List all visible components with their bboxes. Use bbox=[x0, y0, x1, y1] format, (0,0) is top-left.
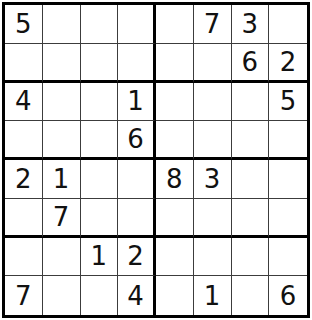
cell-r8c4: 4 bbox=[118, 276, 156, 315]
cell-r7c5[interactable] bbox=[156, 238, 194, 277]
cell-r3c2[interactable] bbox=[43, 83, 81, 122]
cell-r2c3[interactable] bbox=[81, 44, 119, 83]
cell-r6c3[interactable] bbox=[81, 199, 119, 238]
cell-r2c7: 6 bbox=[232, 44, 270, 83]
cell-r7c3: 1 bbox=[81, 238, 119, 277]
cell-r5c8[interactable] bbox=[269, 160, 307, 199]
cell-r8c6: 1 bbox=[194, 276, 232, 315]
cell-r5c2: 1 bbox=[43, 160, 81, 199]
cell-r1c6: 7 bbox=[194, 5, 232, 44]
cell-r8c3[interactable] bbox=[81, 276, 119, 315]
cell-r6c1[interactable] bbox=[5, 199, 43, 238]
cell-r8c8: 6 bbox=[269, 276, 307, 315]
cell-r6c8[interactable] bbox=[269, 199, 307, 238]
cell-r4c2[interactable] bbox=[43, 121, 81, 160]
cell-r3c8: 5 bbox=[269, 83, 307, 122]
cell-r3c7[interactable] bbox=[232, 83, 270, 122]
cell-r2c8: 2 bbox=[269, 44, 307, 83]
cell-r4c1[interactable] bbox=[5, 121, 43, 160]
cell-r4c6[interactable] bbox=[194, 121, 232, 160]
cell-r2c4[interactable] bbox=[118, 44, 156, 83]
cell-r2c6[interactable] bbox=[194, 44, 232, 83]
cell-r6c4[interactable] bbox=[118, 199, 156, 238]
cell-r1c7: 3 bbox=[232, 5, 270, 44]
cell-r1c3[interactable] bbox=[81, 5, 119, 44]
cell-r1c4[interactable] bbox=[118, 5, 156, 44]
cell-r3c4: 1 bbox=[118, 83, 156, 122]
cell-r7c8[interactable] bbox=[269, 238, 307, 277]
cell-r5c6: 3 bbox=[194, 160, 232, 199]
cell-r8c5[interactable] bbox=[156, 276, 194, 315]
cell-r4c5[interactable] bbox=[156, 121, 194, 160]
cell-r5c1: 2 bbox=[5, 160, 43, 199]
cell-r4c3[interactable] bbox=[81, 121, 119, 160]
cell-r8c1: 7 bbox=[5, 276, 43, 315]
cell-r6c7[interactable] bbox=[232, 199, 270, 238]
cell-r5c7[interactable] bbox=[232, 160, 270, 199]
sudoku-grid: 57362415621837127416 bbox=[2, 2, 310, 318]
cell-r1c8[interactable] bbox=[269, 5, 307, 44]
cell-r5c4[interactable] bbox=[118, 160, 156, 199]
cell-r7c6[interactable] bbox=[194, 238, 232, 277]
cell-r4c4: 6 bbox=[118, 121, 156, 160]
cell-r5c5: 8 bbox=[156, 160, 194, 199]
cell-r5c3[interactable] bbox=[81, 160, 119, 199]
cell-r1c5[interactable] bbox=[156, 5, 194, 44]
cell-r2c2[interactable] bbox=[43, 44, 81, 83]
cell-r6c6[interactable] bbox=[194, 199, 232, 238]
sudoku-board: 57362415621837127416 bbox=[0, 0, 312, 320]
cell-r1c2[interactable] bbox=[43, 5, 81, 44]
cell-r8c2[interactable] bbox=[43, 276, 81, 315]
cell-r2c1[interactable] bbox=[5, 44, 43, 83]
cell-r3c6[interactable] bbox=[194, 83, 232, 122]
cell-r7c1[interactable] bbox=[5, 238, 43, 277]
cell-r4c8[interactable] bbox=[269, 121, 307, 160]
cell-r1c1: 5 bbox=[5, 5, 43, 44]
cell-r7c7[interactable] bbox=[232, 238, 270, 277]
cell-r3c1: 4 bbox=[5, 83, 43, 122]
cell-r3c5[interactable] bbox=[156, 83, 194, 122]
cell-r8c7[interactable] bbox=[232, 276, 270, 315]
cell-r6c5[interactable] bbox=[156, 199, 194, 238]
cell-r7c2[interactable] bbox=[43, 238, 81, 277]
cell-r6c2: 7 bbox=[43, 199, 81, 238]
cell-r7c4: 2 bbox=[118, 238, 156, 277]
cell-r4c7[interactable] bbox=[232, 121, 270, 160]
cell-r3c3[interactable] bbox=[81, 83, 119, 122]
cell-r2c5[interactable] bbox=[156, 44, 194, 83]
